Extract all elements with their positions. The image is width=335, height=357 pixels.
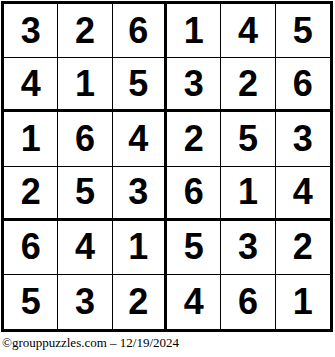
cell-r6c3: 2 [113, 275, 167, 329]
cell-r3c2: 6 [58, 112, 112, 166]
cell-r1c2: 2 [58, 4, 112, 58]
cell-r3c1: 1 [4, 112, 58, 166]
cell-r5c3: 1 [113, 221, 167, 275]
cell-r2c3: 5 [113, 58, 167, 112]
cell-r1c3: 6 [113, 4, 167, 58]
cell-r2c2: 1 [58, 58, 112, 112]
cell-r5c1: 6 [4, 221, 58, 275]
cell-r5c5: 3 [221, 221, 275, 275]
copyright-credit: ©grouppuzzles.com – 12/19/2024 [2, 335, 179, 351]
cell-r6c5: 6 [221, 275, 275, 329]
sudoku-page: 326145415326164253253614641532532461 ©gr… [0, 0, 335, 357]
cell-r3c6: 3 [276, 112, 330, 166]
cell-r6c1: 5 [4, 275, 58, 329]
cell-r5c2: 4 [58, 221, 112, 275]
cell-r3c5: 5 [221, 112, 275, 166]
cell-r6c4: 4 [167, 275, 221, 329]
cell-r5c6: 2 [276, 221, 330, 275]
cell-r3c3: 4 [113, 112, 167, 166]
cell-r2c4: 3 [167, 58, 221, 112]
cell-r6c6: 1 [276, 275, 330, 329]
cell-r2c5: 2 [221, 58, 275, 112]
cell-r4c2: 5 [58, 167, 112, 221]
cell-r6c2: 3 [58, 275, 112, 329]
cell-r4c3: 3 [113, 167, 167, 221]
cell-r1c5: 4 [221, 4, 275, 58]
cell-r5c4: 5 [167, 221, 221, 275]
cell-r1c1: 3 [4, 4, 58, 58]
cell-r4c4: 6 [167, 167, 221, 221]
cell-r4c1: 2 [4, 167, 58, 221]
cell-r4c6: 4 [276, 167, 330, 221]
sudoku-board: 326145415326164253253614641532532461 [1, 1, 333, 332]
cell-r2c6: 6 [276, 58, 330, 112]
cell-r1c6: 5 [276, 4, 330, 58]
cell-r1c4: 1 [167, 4, 221, 58]
cell-r3c4: 2 [167, 112, 221, 166]
cell-r2c1: 4 [4, 58, 58, 112]
cell-r4c5: 1 [221, 167, 275, 221]
